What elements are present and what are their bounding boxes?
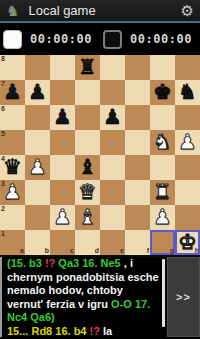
game-text-panel[interactable]: (15. b3 !? Qa3 16. Ne5 , i chernym ponad… [0,257,165,337]
square-e1[interactable]: e [100,230,125,255]
file-label-b: b [45,247,49,255]
square-f7[interactable] [125,80,150,105]
gear-icon[interactable]: ⚙ [181,3,194,18]
knight-figurine-icon: ♞ [6,3,19,18]
annotation-segment: !? [90,325,100,337]
white-clock: 00:00:00 [0,30,100,49]
black-clock-time: 00:00:00 [122,32,200,46]
square-e6[interactable]: ♟ [100,105,125,130]
clock-bar: 00:00:00 00:00:00 [0,23,200,55]
square-h6[interactable] [175,105,200,130]
bottom-panel: (15. b3 !? Qa3 16. Ne5 , i chernym ponad… [0,255,200,337]
square-c5[interactable] [50,130,75,155]
square-g6[interactable] [150,105,175,130]
square-f8[interactable] [125,55,150,80]
white-player-icon [3,30,22,49]
square-f5[interactable] [125,130,150,155]
square-d4[interactable]: ♝ [75,155,100,180]
square-g3[interactable]: ♜ [150,180,175,205]
rank-label-4: 4 [1,155,5,163]
next-move-button[interactable]: >> [167,257,200,337]
file-label-d: d [95,247,99,255]
white-pawn-g2[interactable]: ♟ [150,205,175,230]
square-g2[interactable]: ♟ [150,205,175,230]
square-f1[interactable]: f [125,230,150,255]
square-b6[interactable] [25,105,50,130]
square-g1[interactable]: g [150,230,175,255]
square-e2[interactable] [100,205,125,230]
square-b7[interactable]: ♟ [25,80,50,105]
square-h2[interactable] [175,205,200,230]
chess-app-window: ♞ Local game ⚙ 00:00:00 00:00:00 8♜7♟♟♚♞… [0,0,200,339]
black-rook-d8[interactable]: ♜ [75,55,100,80]
square-a2[interactable]: 2 [0,205,25,230]
square-e7[interactable] [100,80,125,105]
rank-label-5: 5 [1,130,5,138]
square-c6[interactable]: ♟ [50,105,75,130]
square-h1[interactable]: h♚ [175,230,200,255]
square-e4[interactable] [100,155,125,180]
square-a8[interactable]: 8 [0,55,25,80]
square-c3[interactable] [50,180,75,205]
annotation-text: (15. b3 !? Qa3 16. Ne5 , i chernym ponad… [2,257,165,337]
rank-label-3: 3 [1,180,5,188]
rank-label-8: 8 [1,55,5,63]
white-bishop-d2[interactable]: ♝ [75,205,100,230]
black-clock: 00:00:00 [100,30,200,49]
square-c2[interactable]: ♟ [50,205,75,230]
rank-label-6: 6 [1,105,5,113]
square-b2[interactable] [25,205,50,230]
black-king-g7[interactable]: ♚ [150,80,175,105]
square-c8[interactable] [50,55,75,80]
square-c1[interactable]: c [50,230,75,255]
square-b5[interactable] [25,130,50,155]
rank-label-7: 7 [1,80,5,88]
white-knight-g5[interactable]: ♞ [150,130,175,155]
square-g7[interactable]: ♚ [150,80,175,105]
square-e3[interactable] [100,180,125,205]
square-f2[interactable] [125,205,150,230]
square-b3[interactable] [25,180,50,205]
square-f3[interactable] [125,180,150,205]
annotation-segment: Qa3 16. Ne5 [55,257,120,269]
title-bar: ♞ Local game ⚙ [0,0,200,23]
square-a7[interactable]: 7♟ [0,80,25,105]
file-label-h: h [195,247,199,255]
black-player-icon [103,30,122,49]
file-label-g: g [170,247,174,255]
file-label-a: a [20,247,24,255]
square-h7[interactable]: ♞ [175,80,200,105]
rank-label-1: 1 [1,230,5,238]
annotation-segment: !? [45,257,55,269]
square-d5[interactable] [75,130,100,155]
white-pawn-h5[interactable]: ♟ [175,130,200,155]
square-h8[interactable] [175,55,200,80]
square-d2[interactable]: ♝ [75,205,100,230]
square-c7[interactable] [50,80,75,105]
square-a4[interactable]: 4♛ [0,155,25,180]
white-pawn-c2[interactable]: ♟ [50,205,75,230]
square-d7[interactable] [75,80,100,105]
black-pawn-b7[interactable]: ♟ [25,80,50,105]
white-clock-time: 00:00:00 [22,32,100,46]
square-d6[interactable] [75,105,100,130]
black-bishop-d4[interactable]: ♝ [75,155,100,180]
square-b4[interactable]: ♟ [25,155,50,180]
square-h3[interactable] [175,180,200,205]
square-g8[interactable] [150,55,175,80]
file-label-c: c [70,247,74,255]
black-pawn-e6[interactable]: ♟ [100,105,125,130]
annotation-segment: 15... Rd8 16. b4 [7,325,90,337]
square-c4[interactable] [50,155,75,180]
rank-label-2: 2 [1,205,5,213]
chess-board[interactable]: 8♜7♟♟♚♞6♟♟5♞♟4♛♟♝3♟♛♜2♟♝♟1abcdefgh♚ [0,55,200,255]
square-h5[interactable]: ♟ [175,130,200,155]
square-f4[interactable] [125,155,150,180]
square-b1[interactable]: b [25,230,50,255]
file-label-f: f [147,247,149,255]
page-title: Local game [28,3,180,18]
square-e8[interactable] [100,55,125,80]
square-a5[interactable]: 5 [0,130,25,155]
square-h4[interactable] [175,155,200,180]
annotation-segment: (15. b3 [7,257,45,269]
square-b8[interactable] [25,55,50,80]
scrollbar[interactable] [162,259,165,327]
black-pawn-c6[interactable]: ♟ [50,105,75,130]
square-a3[interactable]: 3♟ [0,180,25,205]
square-g4[interactable] [150,155,175,180]
square-f6[interactable] [125,105,150,130]
white-pawn-b4[interactable]: ♟ [25,155,50,180]
square-g5[interactable]: ♞ [150,130,175,155]
white-queen-d3[interactable]: ♛ [75,180,100,205]
square-d3[interactable]: ♛ [75,180,100,205]
square-a1[interactable]: 1a [0,230,25,255]
white-rook-g3[interactable]: ♜ [150,180,175,205]
black-knight-h7[interactable]: ♞ [175,80,200,105]
square-e5[interactable] [100,130,125,155]
square-d8[interactable]: ♜ [75,55,100,80]
file-label-e: e [120,247,124,255]
square-d1[interactable]: d [75,230,100,255]
square-a6[interactable]: 6 [0,105,25,130]
